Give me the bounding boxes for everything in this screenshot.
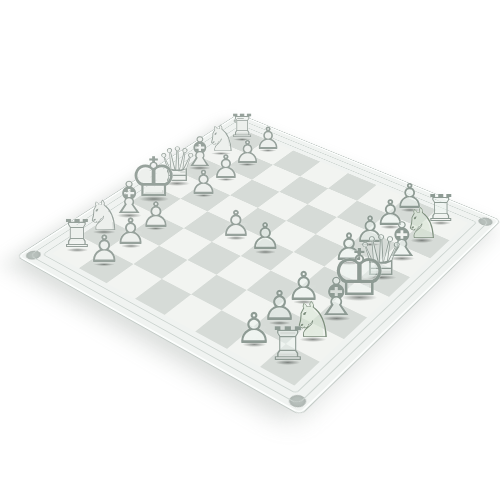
- pawn-icon: ♙: [220, 206, 252, 242]
- rook-icon: ♖: [267, 321, 309, 367]
- pawn-icon: ♙: [87, 231, 121, 269]
- pawn-icon: ♙: [249, 219, 282, 256]
- pawn-icon: ♙: [189, 166, 219, 200]
- board-foot: [23, 249, 43, 261]
- board-foot: [286, 393, 309, 410]
- board-foot: [476, 216, 495, 227]
